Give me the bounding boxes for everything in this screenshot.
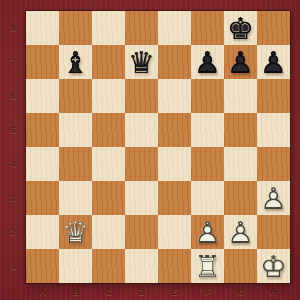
square-d7[interactable]: ♛♕	[125, 45, 158, 79]
white-pawn[interactable]: ♟♙	[224, 215, 257, 249]
file-label-d: D	[125, 283, 158, 300]
black-queen-outline: ♕	[125, 45, 158, 79]
square-a7[interactable]	[26, 45, 59, 79]
square-e8[interactable]	[158, 11, 191, 45]
file-label-f: F	[191, 283, 224, 300]
black-king[interactable]: ♚♔	[224, 11, 257, 45]
black-bishop[interactable]: ♝♗	[59, 45, 92, 79]
white-king[interactable]: ♚♔	[257, 249, 290, 283]
square-b6[interactable]	[59, 79, 92, 113]
square-h5[interactable]	[257, 113, 290, 147]
white-pawn-outline: ♙	[191, 215, 224, 249]
square-a1[interactable]	[26, 249, 59, 283]
square-d6[interactable]	[125, 79, 158, 113]
square-h8[interactable]	[257, 11, 290, 45]
square-g5[interactable]	[224, 113, 257, 147]
white-pawn[interactable]: ♟♙	[191, 215, 224, 249]
square-e5[interactable]	[158, 113, 191, 147]
black-pawn[interactable]: ♟♙	[191, 45, 224, 79]
square-b1[interactable]	[59, 249, 92, 283]
square-a4[interactable]	[26, 147, 59, 181]
file-label-b: B	[59, 283, 92, 300]
rank-label-6: 6	[0, 79, 26, 113]
black-pawn[interactable]: ♟♙	[224, 45, 257, 79]
white-pawn-outline: ♙	[257, 181, 290, 215]
square-a2[interactable]	[26, 215, 59, 249]
rank-label-2: 2	[0, 215, 26, 249]
square-e2[interactable]	[158, 215, 191, 249]
square-b5[interactable]	[59, 113, 92, 147]
white-queen[interactable]: ♛♕	[59, 215, 92, 249]
white-queen-outline: ♕	[59, 215, 92, 249]
square-c3[interactable]	[92, 181, 125, 215]
file-label-c: C	[92, 283, 125, 300]
square-h4[interactable]	[257, 147, 290, 181]
square-b3[interactable]	[59, 181, 92, 215]
black-pawn-outline: ♙	[191, 45, 224, 79]
file-label-g: G	[224, 283, 257, 300]
square-g4[interactable]	[224, 147, 257, 181]
square-h1[interactable]: ♚♔	[257, 249, 290, 283]
square-h2[interactable]	[257, 215, 290, 249]
square-b7[interactable]: ♝♗	[59, 45, 92, 79]
white-rook[interactable]: ♜♖	[191, 249, 224, 283]
square-c5[interactable]	[92, 113, 125, 147]
white-pawn-outline: ♙	[224, 215, 257, 249]
file-label-a: A	[26, 283, 59, 300]
square-f8[interactable]	[191, 11, 224, 45]
square-f4[interactable]	[191, 147, 224, 181]
rank-label-8: 8	[0, 11, 26, 45]
square-b2[interactable]: ♛♕	[59, 215, 92, 249]
black-queen[interactable]: ♛♕	[125, 45, 158, 79]
square-c8[interactable]	[92, 11, 125, 45]
rank-label-5: 5	[0, 113, 26, 147]
black-pawn-outline: ♙	[257, 45, 290, 79]
square-d8[interactable]	[125, 11, 158, 45]
file-labels: ABCDEFGH	[26, 283, 290, 300]
square-a5[interactable]	[26, 113, 59, 147]
square-e1[interactable]	[158, 249, 191, 283]
square-f1[interactable]: ♜♖	[191, 249, 224, 283]
square-e3[interactable]	[158, 181, 191, 215]
square-g7[interactable]: ♟♙	[224, 45, 257, 79]
square-g3[interactable]	[224, 181, 257, 215]
file-label-e: E	[158, 283, 191, 300]
white-pawn[interactable]: ♟♙	[257, 181, 290, 215]
square-d5[interactable]	[125, 113, 158, 147]
square-f7[interactable]: ♟♙	[191, 45, 224, 79]
square-d2[interactable]	[125, 215, 158, 249]
square-h6[interactable]	[257, 79, 290, 113]
square-c2[interactable]	[92, 215, 125, 249]
square-e4[interactable]	[158, 147, 191, 181]
file-label-h: H	[257, 283, 290, 300]
black-bishop-outline: ♗	[59, 45, 92, 79]
square-a3[interactable]	[26, 181, 59, 215]
black-pawn-outline: ♙	[224, 45, 257, 79]
square-e6[interactable]	[158, 79, 191, 113]
square-d1[interactable]	[125, 249, 158, 283]
square-g8[interactable]: ♚♔	[224, 11, 257, 45]
rank-label-7: 7	[0, 45, 26, 79]
square-f2[interactable]: ♟♙	[191, 215, 224, 249]
square-f5[interactable]	[191, 113, 224, 147]
square-g1[interactable]	[224, 249, 257, 283]
white-king-outline: ♔	[257, 249, 290, 283]
square-g6[interactable]	[224, 79, 257, 113]
white-rook-outline: ♖	[191, 249, 224, 283]
chess-diagram: 87654321 ABCDEFGH ♚♔♝♗♛♕♟♙♟♙♟♙♟♙♛♕♟♙♟♙♜♖…	[0, 0, 300, 300]
rank-labels: 87654321	[0, 11, 26, 283]
square-c4[interactable]	[92, 147, 125, 181]
rank-label-1: 1	[0, 249, 26, 283]
square-e7[interactable]	[158, 45, 191, 79]
square-f3[interactable]	[191, 181, 224, 215]
black-pawn[interactable]: ♟♙	[257, 45, 290, 79]
square-d3[interactable]	[125, 181, 158, 215]
rank-label-3: 3	[0, 181, 26, 215]
square-f6[interactable]	[191, 79, 224, 113]
square-h3[interactable]: ♟♙	[257, 181, 290, 215]
square-b4[interactable]	[59, 147, 92, 181]
square-d4[interactable]	[125, 147, 158, 181]
square-b8[interactable]	[59, 11, 92, 45]
black-king-outline: ♔	[224, 11, 257, 45]
square-c7[interactable]	[92, 45, 125, 79]
square-a6[interactable]	[26, 79, 59, 113]
chess-board: ♚♔♝♗♛♕♟♙♟♙♟♙♟♙♛♕♟♙♟♙♜♖♚♔	[26, 11, 290, 283]
square-c1[interactable]	[92, 249, 125, 283]
square-h7[interactable]: ♟♙	[257, 45, 290, 79]
rank-label-4: 4	[0, 147, 26, 181]
square-c6[interactable]	[92, 79, 125, 113]
square-a8[interactable]	[26, 11, 59, 45]
square-g2[interactable]: ♟♙	[224, 215, 257, 249]
